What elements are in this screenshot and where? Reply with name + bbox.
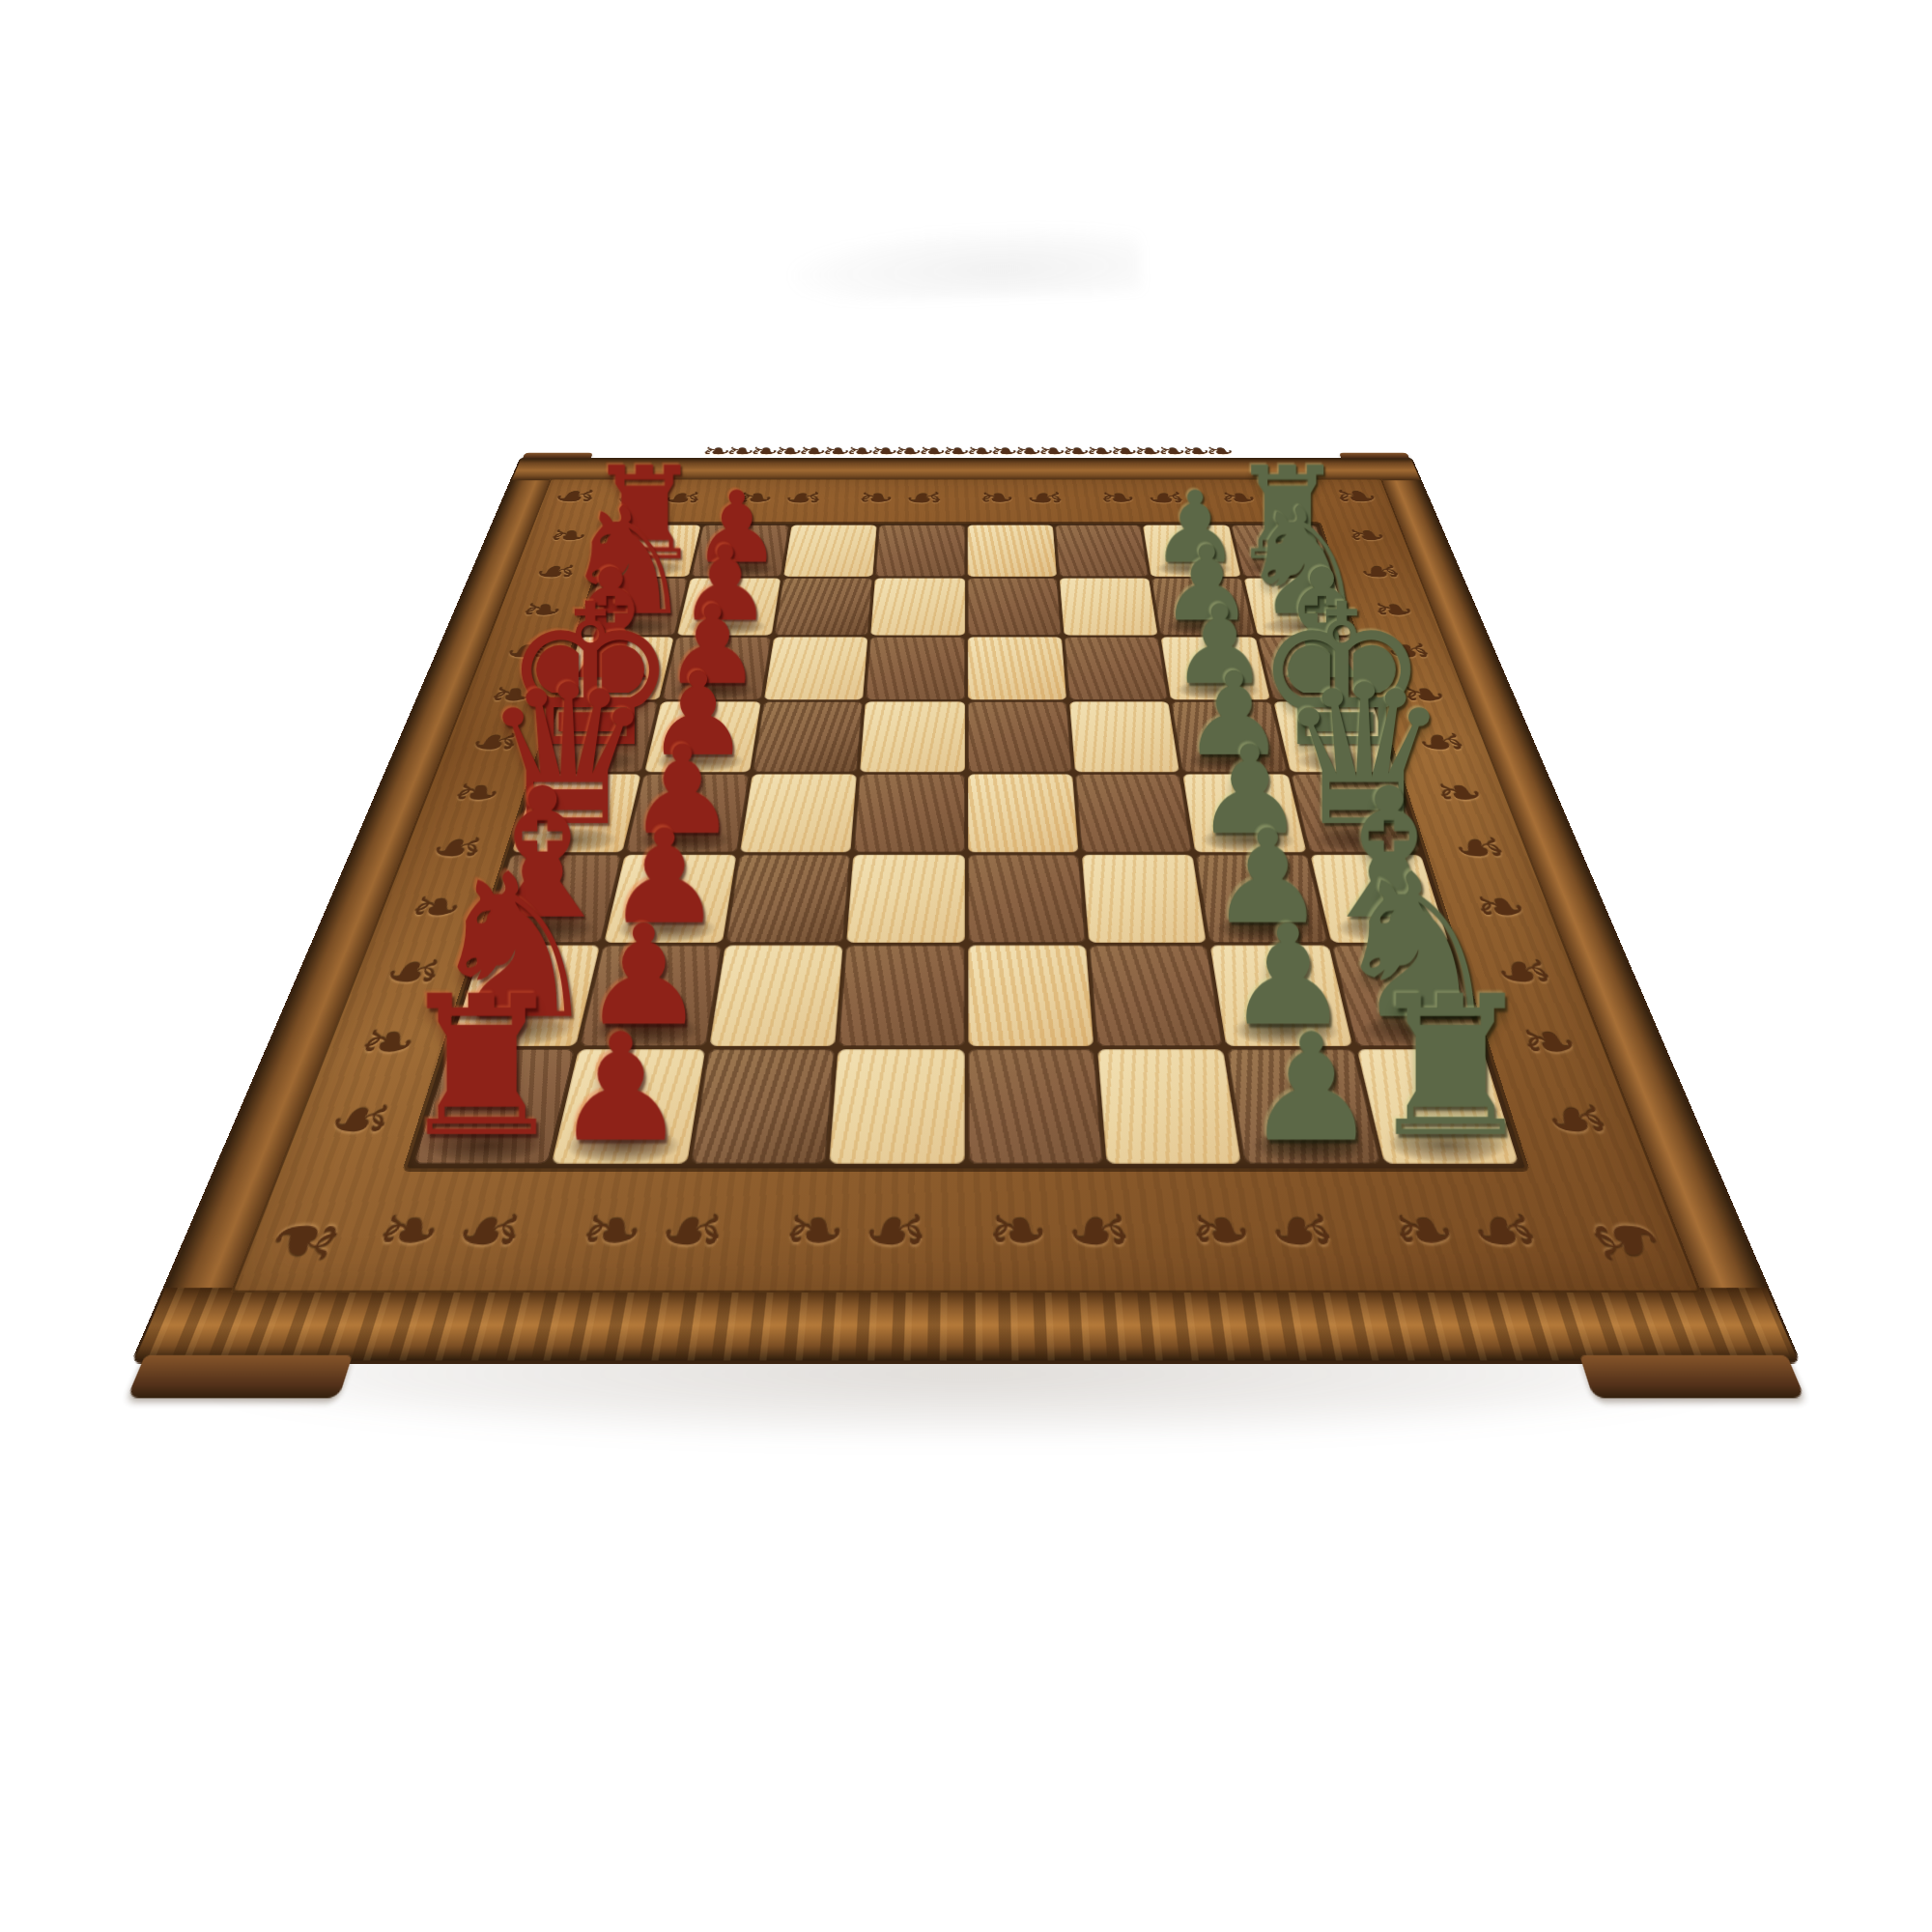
square-r1-c3[interactable] (783, 526, 877, 578)
square-r4-c6[interactable] (1069, 701, 1179, 772)
square-r4-c4[interactable] (860, 701, 964, 772)
square-r5-c3[interactable] (740, 774, 857, 852)
chess-board-plane: ❧❧❧❧❧❧❧❧❧❧❧❧❧❧❧❧❧❧❧❧❧❧ ❧☙ ❧☙ ❧☙ ❧☙ ❧☙ ❧☙… (134, 458, 1798, 1360)
square-r4-c3[interactable] (753, 701, 863, 772)
square-r2-c5[interactable] (967, 579, 1061, 636)
square-r3-c4[interactable] (866, 637, 965, 699)
red-pawn[interactable]: ♟ (552, 1049, 705, 1164)
chess-board: ♜♟♟♜♞♟♟♞♝♟♟♝♚♟♟♚♛♟♟♛♝♟♟♝♞♟♟♞♜♟♟♜ (407, 524, 1525, 1169)
square-r8-c3[interactable] (691, 1049, 835, 1164)
square-r8-c4[interactable] (829, 1049, 964, 1164)
square-r7-c5[interactable] (968, 946, 1094, 1046)
red-rook[interactable]: ♜ (413, 1049, 576, 1164)
square-r2-c4[interactable] (870, 579, 964, 636)
square-r7-c6[interactable] (1089, 946, 1223, 1046)
square-r2-c6[interactable] (1060, 579, 1158, 636)
square-r5-c5[interactable] (968, 774, 1079, 852)
foot-near-right (1579, 1355, 1804, 1398)
green-pawn[interactable]: ♟ (1227, 1049, 1380, 1164)
square-r8-c6[interactable] (1097, 1049, 1241, 1164)
carved-band-bottom: ❧☙ ❧☙ ❧☙ ❧☙ ❧☙ ❧☙ ❧☙ (362, 1187, 1570, 1283)
foot-near-left (127, 1355, 352, 1398)
square-r5-c4[interactable] (854, 774, 965, 852)
corner-scroll-icon: ☙ (1577, 1204, 1678, 1280)
square-r7-c3[interactable] (709, 946, 843, 1046)
square-r7-c4[interactable] (838, 946, 964, 1046)
square-r3-c5[interactable] (967, 637, 1066, 699)
square-r8-c8[interactable]: ♜ (1356, 1049, 1519, 1164)
carved-crest: ❧❧❧❧❧❧❧❧❧❧❧❧❧❧❧❧❧❧❧❧❧❧ (592, 443, 1341, 460)
green-pawn-glyph[interactable]: ♟ (1245, 1017, 1378, 1159)
square-r1-c6[interactable] (1055, 526, 1149, 578)
red-pawn-glyph[interactable]: ♟ (554, 1017, 687, 1159)
square-r6-c6[interactable] (1082, 855, 1207, 943)
molding-near-edge (134, 1288, 1798, 1361)
square-r8-c2[interactable]: ♟ (552, 1049, 705, 1164)
square-r5-c6[interactable] (1075, 774, 1192, 852)
square-r2-c3[interactable] (774, 579, 872, 636)
square-r4-c5[interactable] (967, 701, 1071, 772)
red-rook-glyph[interactable]: ♜ (395, 975, 569, 1159)
square-r8-c5[interactable] (968, 1049, 1103, 1164)
corner-scroll-icon: ☙ (254, 1204, 355, 1280)
square-r8-c7[interactable]: ♟ (1227, 1049, 1380, 1164)
square-r6-c4[interactable] (846, 855, 964, 943)
photo-stage: ❧❧❧❧❧❧❧❧❧❧❧❧❧❧❧❧❧❧❧❧❧❧ ❧☙ ❧☙ ❧☙ ❧☙ ❧☙ ❧☙… (0, 0, 1932, 1932)
square-r6-c5[interactable] (968, 855, 1086, 943)
square-r1-c4[interactable] (875, 526, 965, 578)
square-r8-c1[interactable]: ♜ (413, 1049, 576, 1164)
square-r6-c3[interactable] (725, 855, 850, 943)
green-rook[interactable]: ♜ (1356, 1049, 1519, 1164)
foot-far-right (1339, 453, 1409, 460)
green-rook-glyph[interactable]: ♜ (1363, 975, 1537, 1159)
perspective-scene: ❧❧❧❧❧❧❧❧❧❧❧❧❧❧❧❧❧❧❧❧❧❧ ❧☙ ❧☙ ❧☙ ❧☙ ❧☙ ❧☙… (0, 0, 1932, 1932)
square-r3-c3[interactable] (764, 637, 868, 699)
foot-far-left (523, 453, 593, 460)
square-r3-c6[interactable] (1065, 637, 1169, 699)
square-r1-c5[interactable] (967, 526, 1057, 578)
